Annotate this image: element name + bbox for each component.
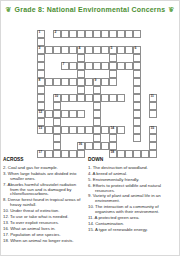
crossword-cell[interactable]	[69, 94, 77, 102]
cell-number: 18	[110, 150, 114, 154]
clue-item: 7. Absorbs harmful ultraviolet radiation…	[3, 182, 83, 197]
crossword-cell[interactable]	[109, 54, 117, 62]
crossword-cell[interactable]	[117, 46, 125, 54]
crossword-cell[interactable]	[45, 110, 53, 118]
leaf-ornament-icon: ❦	[6, 6, 12, 14]
crossword-cell[interactable]	[53, 78, 61, 86]
crossword-cell[interactable]	[93, 86, 101, 94]
crossword-cell[interactable]	[93, 62, 101, 70]
crossword-cell[interactable]	[77, 110, 85, 118]
crossword-cell[interactable]	[77, 94, 85, 102]
crossword-cell[interactable]	[77, 86, 85, 94]
crossword-cell[interactable]	[93, 94, 101, 102]
cell-number: 10	[54, 94, 58, 98]
cell-number: 13	[38, 126, 42, 130]
crossword-cell[interactable]	[85, 78, 93, 86]
crossword-cell[interactable]	[109, 62, 117, 70]
crossword-cell[interactable]	[69, 46, 77, 54]
clue-item: 15. A type of renewable energy.	[88, 227, 177, 232]
crossword-cell[interactable]	[85, 126, 93, 134]
crossword-cell[interactable]: 4	[77, 46, 85, 54]
clue-item: 11. A protected green area.	[88, 215, 177, 220]
crossword-cell[interactable]	[101, 46, 109, 54]
crossword-cell[interactable]: 3	[37, 46, 45, 54]
clue-item: 13. To over exploit resources.	[3, 220, 83, 225]
crossword-cell[interactable]	[101, 30, 109, 38]
crossword-cell[interactable]: 9	[93, 78, 101, 86]
crossword-cell[interactable]	[69, 78, 77, 86]
leaf-ornament-icon: ❦	[168, 6, 174, 14]
crossword-cell[interactable]	[93, 110, 101, 118]
crossword-grid[interactable]: 123456789101112131415161718	[37, 30, 158, 159]
cell-number: 11	[150, 94, 154, 98]
crossword-cell[interactable]	[109, 70, 117, 78]
crossword-cell[interactable]	[133, 94, 141, 102]
clue-item: 8. Dense forest found in tropical areas …	[3, 197, 83, 207]
crossword-cell[interactable]	[53, 110, 61, 118]
clue-item: 14. Contamination.	[88, 221, 177, 226]
crossword-cell[interactable]	[61, 126, 69, 134]
crossword-cell[interactable]	[77, 70, 85, 78]
cell-number: 1	[38, 30, 40, 34]
clue-item: 5. Environmentally friendly.	[88, 177, 177, 182]
crossword-cell[interactable]	[37, 86, 45, 94]
crossword-cell[interactable]	[149, 142, 157, 150]
crossword-cell[interactable]	[133, 70, 141, 78]
cell-number: 9	[94, 78, 96, 82]
clue-item: 2. Coal and gas for example.	[3, 165, 83, 170]
crossword-cell[interactable]	[125, 30, 133, 38]
crossword-cell[interactable]	[149, 134, 157, 142]
crossword-cell[interactable]	[133, 78, 141, 86]
crossword-cell[interactable]	[101, 94, 109, 102]
crossword-cell[interactable]	[37, 102, 45, 110]
crossword-cell[interactable]	[45, 46, 53, 54]
crossword-cell[interactable]	[101, 62, 109, 70]
crossword-cell[interactable]: 8	[37, 78, 45, 86]
crossword-cell[interactable]: 16	[77, 142, 85, 150]
down-clues-section: DOWN 1. The destruction of woodland.4. A…	[88, 157, 177, 233]
crossword-cell[interactable]	[85, 94, 93, 102]
crossword-cell[interactable]	[133, 30, 141, 38]
crossword-cell[interactable]	[85, 30, 93, 38]
down-header: DOWN	[88, 157, 177, 163]
crossword-cell[interactable]	[69, 30, 77, 38]
crossword-cell[interactable]: 2	[53, 30, 61, 38]
page-title: Grade 8: National Environmental Concerns	[15, 6, 166, 13]
crossword-cell[interactable]	[45, 126, 53, 134]
crossword-cell[interactable]	[101, 78, 109, 86]
cell-number: 3	[38, 46, 40, 50]
crossword-cell[interactable]: 15	[149, 126, 157, 134]
clue-item: 9. Variety of plant and animal life in a…	[88, 193, 177, 203]
crossword-cell[interactable]	[77, 54, 85, 62]
crossword-cell[interactable]	[133, 86, 141, 94]
clue-item: 4. A breed of animal.	[88, 171, 177, 176]
crossword-cell[interactable]	[53, 102, 61, 110]
crossword-cell[interactable]	[53, 46, 61, 54]
crossword-cell[interactable]	[53, 134, 61, 142]
crossword-cell[interactable]	[61, 110, 69, 118]
crossword-cell[interactable]	[37, 38, 45, 46]
crossword-cell[interactable]	[53, 118, 61, 126]
crossword-cell[interactable]: 10	[53, 94, 61, 102]
crossword-cell[interactable]	[53, 126, 61, 134]
cell-number: 2	[54, 30, 56, 34]
clue-item: 17. Population of one species.	[3, 232, 83, 237]
crossword-cell[interactable]	[93, 102, 101, 110]
crossword-cell[interactable]	[93, 134, 101, 142]
crossword-cell[interactable]	[109, 134, 117, 142]
crossword-cell[interactable]	[149, 110, 157, 118]
crossword-cell[interactable]	[61, 94, 69, 102]
crossword-cell[interactable]	[93, 118, 101, 126]
crossword-cell[interactable]	[109, 78, 117, 86]
crossword-cell[interactable]	[125, 46, 133, 54]
across-header: ACROSS	[3, 157, 83, 163]
crossword-cell[interactable]	[61, 46, 69, 54]
crossword-cell[interactable]: 7	[61, 62, 69, 70]
crossword-cell[interactable]	[37, 54, 45, 62]
clue-item: 1. The destruction of woodland.	[88, 165, 177, 170]
cell-number: 4	[78, 46, 80, 50]
crossword-cell[interactable]	[61, 30, 69, 38]
crossword-cell[interactable]	[109, 142, 117, 150]
clue-item: 12. To use or take what is needed.	[3, 214, 83, 219]
crossword-cell[interactable]	[133, 102, 141, 110]
crossword-cell[interactable]	[93, 46, 101, 54]
crossword-cell[interactable]	[133, 62, 141, 70]
crossword-cell[interactable]	[93, 30, 101, 38]
clue-item: 10. Under threat of extinction.	[3, 208, 83, 213]
crossword-cell[interactable]	[85, 142, 93, 150]
cell-number: 6	[134, 46, 136, 50]
crossword-cell[interactable]	[133, 118, 141, 126]
crossword-cell[interactable]	[125, 62, 133, 70]
crossword-cell[interactable]: 11	[149, 94, 157, 102]
crossword-cell[interactable]	[61, 78, 69, 86]
crossword-cell[interactable]	[69, 62, 77, 70]
crossword-cell[interactable]	[109, 30, 117, 38]
across-clues-section: ACROSS 2. Coal and gas for example.3. Wh…	[3, 157, 83, 244]
crossword-cell[interactable]	[93, 126, 101, 134]
cell-number: 8	[38, 78, 40, 82]
cell-number: 14	[110, 126, 114, 130]
crossword-cell[interactable]	[117, 94, 125, 102]
crossword-cell[interactable]	[69, 110, 77, 118]
crossword-cell[interactable]	[45, 78, 53, 86]
crossword-cell[interactable]	[37, 94, 45, 102]
crossword-cell[interactable]	[133, 110, 141, 118]
crossword-cell[interactable]: 1	[37, 30, 45, 38]
crossword-cell[interactable]	[77, 78, 85, 86]
crossword-cell[interactable]	[85, 46, 93, 54]
clue-item: 10. The interaction of a community of or…	[88, 204, 177, 214]
cell-number: 7	[62, 62, 64, 66]
crossword-cell[interactable]	[37, 118, 45, 126]
crossword-cell[interactable]	[133, 54, 141, 62]
clue-item: 18. When an animal no longer exists.	[3, 238, 83, 243]
crossword-cell[interactable]	[53, 142, 61, 150]
cell-number: 12	[38, 110, 42, 114]
crossword-cell[interactable]	[93, 142, 101, 150]
clue-item: 16. What an animal lives in.	[3, 226, 83, 231]
crossword-cell[interactable]	[133, 134, 141, 142]
crossword-cell[interactable]	[69, 126, 77, 134]
crossword-cell[interactable]	[117, 30, 125, 38]
cell-number: 17	[38, 150, 42, 154]
crossword-cell[interactable]	[117, 126, 125, 134]
cell-number: 15	[150, 126, 154, 130]
crossword-cell[interactable]: 13	[37, 126, 45, 134]
clue-item: 6. Efforts to protect wildlife and natur…	[88, 183, 177, 193]
crossword-cell[interactable]: 12	[37, 110, 45, 118]
crossword-cell[interactable]	[85, 62, 93, 70]
crossword-cell[interactable]	[37, 70, 45, 78]
crossword-cell[interactable]	[37, 62, 45, 70]
down-clue-list: 1. The destruction of woodland.4. A bree…	[88, 165, 177, 233]
clue-item: 3. When large habitats are divided into …	[3, 171, 83, 181]
across-clue-list: 2. Coal and gas for example.3. When larg…	[3, 165, 83, 244]
crossword-cell[interactable]	[77, 62, 85, 70]
crossword-cell[interactable]	[109, 94, 117, 102]
crossword-cell[interactable]: 14	[109, 126, 117, 134]
crossword-cell[interactable]	[149, 102, 157, 110]
crossword-cell[interactable]	[117, 62, 125, 70]
crossword-cell[interactable]	[133, 126, 141, 134]
crossword-cell[interactable]: 5	[109, 46, 117, 54]
cell-number: 16	[78, 142, 82, 146]
worksheet-title-row: ❦Grade 8: National Environmental Concern…	[0, 6, 180, 14]
crossword-cell[interactable]: 6	[133, 46, 141, 54]
crossword-cell[interactable]	[77, 126, 85, 134]
crossword-cell[interactable]	[77, 30, 85, 38]
cell-number: 5	[110, 46, 112, 50]
crossword-cell[interactable]	[101, 126, 109, 134]
crossword-cell[interactable]	[101, 142, 109, 150]
